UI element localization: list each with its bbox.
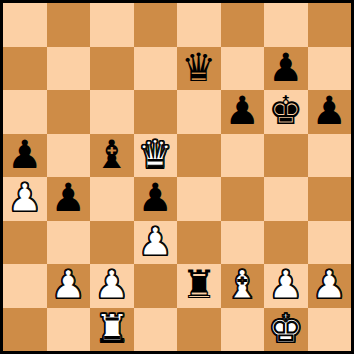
piece-black-king: ♚ [268, 91, 303, 130]
square-g3[interactable] [264, 221, 308, 265]
piece-white-pawn: ♟ [51, 265, 86, 304]
square-d3[interactable]: ♟ [134, 221, 178, 265]
piece-black-queen: ♛ [181, 48, 216, 87]
square-b6[interactable] [47, 90, 91, 134]
piece-white-pawn: ♟ [312, 265, 347, 304]
square-e5[interactable] [177, 134, 221, 178]
square-h3[interactable] [308, 221, 352, 265]
square-g2[interactable]: ♟ [264, 264, 308, 308]
square-f7[interactable] [221, 47, 265, 91]
piece-white-pawn: ♟ [138, 222, 173, 261]
square-c3[interactable] [90, 221, 134, 265]
piece-white-bishop: ♝ [225, 265, 260, 304]
square-f2[interactable]: ♝ [221, 264, 265, 308]
square-g4[interactable] [264, 177, 308, 221]
square-a7[interactable] [3, 47, 47, 91]
square-e4[interactable] [177, 177, 221, 221]
piece-white-pawn: ♟ [7, 178, 42, 217]
square-f4[interactable] [221, 177, 265, 221]
square-c7[interactable] [90, 47, 134, 91]
square-f5[interactable] [221, 134, 265, 178]
piece-black-pawn: ♟ [7, 135, 42, 174]
square-d8[interactable] [134, 3, 178, 47]
square-h1[interactable] [308, 308, 352, 352]
piece-black-bishop: ♝ [94, 135, 129, 174]
piece-black-pawn: ♟ [225, 91, 260, 130]
chess-board-frame: ♛♟♟♚♟♟♝♛♟♟♟♟♟♟♜♝♟♟♜♚ [0, 0, 354, 354]
square-d4[interactable]: ♟ [134, 177, 178, 221]
square-e2[interactable]: ♜ [177, 264, 221, 308]
square-a6[interactable] [3, 90, 47, 134]
square-h7[interactable] [308, 47, 352, 91]
square-d5[interactable]: ♛ [134, 134, 178, 178]
square-a2[interactable] [3, 264, 47, 308]
square-g7[interactable]: ♟ [264, 47, 308, 91]
chess-board: ♛♟♟♚♟♟♝♛♟♟♟♟♟♟♜♝♟♟♜♚ [3, 3, 351, 351]
square-c2[interactable]: ♟ [90, 264, 134, 308]
piece-black-pawn: ♟ [51, 178, 86, 217]
piece-white-pawn: ♟ [268, 265, 303, 304]
piece-black-pawn: ♟ [312, 91, 347, 130]
square-f3[interactable] [221, 221, 265, 265]
square-e6[interactable] [177, 90, 221, 134]
square-g5[interactable] [264, 134, 308, 178]
square-c8[interactable] [90, 3, 134, 47]
square-b5[interactable] [47, 134, 91, 178]
square-b4[interactable]: ♟ [47, 177, 91, 221]
square-h8[interactable] [308, 3, 352, 47]
square-c4[interactable] [90, 177, 134, 221]
piece-black-rook: ♜ [181, 265, 216, 304]
square-a4[interactable]: ♟ [3, 177, 47, 221]
square-b2[interactable]: ♟ [47, 264, 91, 308]
square-h2[interactable]: ♟ [308, 264, 352, 308]
square-a8[interactable] [3, 3, 47, 47]
square-h5[interactable] [308, 134, 352, 178]
square-b3[interactable] [47, 221, 91, 265]
square-f8[interactable] [221, 3, 265, 47]
square-d1[interactable] [134, 308, 178, 352]
square-b7[interactable] [47, 47, 91, 91]
piece-white-rook: ♜ [94, 309, 129, 348]
square-e3[interactable] [177, 221, 221, 265]
square-e7[interactable]: ♛ [177, 47, 221, 91]
piece-white-queen: ♛ [138, 135, 173, 174]
square-d6[interactable] [134, 90, 178, 134]
square-c1[interactable]: ♜ [90, 308, 134, 352]
square-g8[interactable] [264, 3, 308, 47]
square-d7[interactable] [134, 47, 178, 91]
square-c5[interactable]: ♝ [90, 134, 134, 178]
piece-black-pawn: ♟ [138, 178, 173, 217]
square-f6[interactable]: ♟ [221, 90, 265, 134]
square-e1[interactable] [177, 308, 221, 352]
square-f1[interactable] [221, 308, 265, 352]
square-h4[interactable] [308, 177, 352, 221]
square-d2[interactable] [134, 264, 178, 308]
square-c6[interactable] [90, 90, 134, 134]
piece-white-pawn: ♟ [94, 265, 129, 304]
square-g6[interactable]: ♚ [264, 90, 308, 134]
square-g1[interactable]: ♚ [264, 308, 308, 352]
square-a3[interactable] [3, 221, 47, 265]
square-a5[interactable]: ♟ [3, 134, 47, 178]
piece-black-pawn: ♟ [268, 48, 303, 87]
square-b8[interactable] [47, 3, 91, 47]
square-a1[interactable] [3, 308, 47, 352]
square-b1[interactable] [47, 308, 91, 352]
piece-white-king: ♚ [268, 309, 303, 348]
square-e8[interactable] [177, 3, 221, 47]
square-h6[interactable]: ♟ [308, 90, 352, 134]
